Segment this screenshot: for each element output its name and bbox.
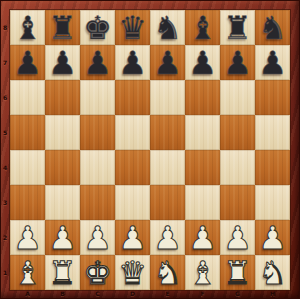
square-c8[interactable]: ♚	[80, 10, 115, 45]
white-bishop[interactable]: ♝	[188, 257, 217, 289]
black-pawn[interactable]: ♟	[153, 47, 182, 79]
square-d2[interactable]: ♟	[115, 220, 150, 255]
square-g4[interactable]	[220, 150, 255, 185]
rank-label-2: 2	[0, 220, 10, 255]
square-c6[interactable]	[80, 80, 115, 115]
white-knight[interactable]: ♞	[258, 257, 287, 289]
square-h6[interactable]	[255, 80, 290, 115]
white-pawn[interactable]: ♟	[13, 222, 42, 254]
black-pawn[interactable]: ♟	[48, 47, 77, 79]
square-c1[interactable]: ♚	[80, 255, 115, 290]
white-bishop[interactable]: ♝	[13, 257, 42, 289]
rank-label-8: 8	[0, 10, 10, 45]
black-pawn[interactable]: ♟	[118, 47, 147, 79]
square-d1[interactable]: ♛	[115, 255, 150, 290]
black-pawn[interactable]: ♟	[13, 47, 42, 79]
black-rook[interactable]: ♜	[223, 12, 252, 44]
square-c4[interactable]	[80, 150, 115, 185]
white-rook[interactable]: ♜	[223, 257, 252, 289]
square-b6[interactable]	[45, 80, 80, 115]
black-pawn[interactable]: ♟	[223, 47, 252, 79]
square-h2[interactable]: ♟	[255, 220, 290, 255]
black-king[interactable]: ♚	[83, 12, 112, 44]
square-h3[interactable]	[255, 185, 290, 220]
square-a6[interactable]	[10, 80, 45, 115]
white-queen[interactable]: ♛	[118, 257, 147, 289]
square-b8[interactable]: ♜	[45, 10, 80, 45]
square-f1[interactable]: ♝	[185, 255, 220, 290]
square-c2[interactable]: ♟	[80, 220, 115, 255]
square-b3[interactable]	[45, 185, 80, 220]
white-pawn[interactable]: ♟	[223, 222, 252, 254]
square-a5[interactable]	[10, 115, 45, 150]
white-pawn[interactable]: ♟	[153, 222, 182, 254]
black-pawn[interactable]: ♟	[83, 47, 112, 79]
square-g6[interactable]	[220, 80, 255, 115]
square-e2[interactable]: ♟	[150, 220, 185, 255]
square-b5[interactable]	[45, 115, 80, 150]
square-g7[interactable]: ♟	[220, 45, 255, 80]
square-g2[interactable]: ♟	[220, 220, 255, 255]
square-f5[interactable]	[185, 115, 220, 150]
square-d4[interactable]	[115, 150, 150, 185]
square-c3[interactable]	[80, 185, 115, 220]
square-h7[interactable]: ♟	[255, 45, 290, 80]
rank-label-1: 1	[0, 255, 10, 290]
square-f8[interactable]: ♝	[185, 10, 220, 45]
square-b2[interactable]: ♟	[45, 220, 80, 255]
black-pawn[interactable]: ♟	[258, 47, 287, 79]
black-bishop[interactable]: ♝	[13, 12, 42, 44]
black-knight[interactable]: ♞	[258, 12, 287, 44]
square-d5[interactable]	[115, 115, 150, 150]
square-g1[interactable]: ♜	[220, 255, 255, 290]
square-f2[interactable]: ♟	[185, 220, 220, 255]
rank-label-3: 3	[0, 185, 10, 220]
white-pawn[interactable]: ♟	[118, 222, 147, 254]
square-d3[interactable]	[115, 185, 150, 220]
square-h4[interactable]	[255, 150, 290, 185]
rank-label-7: 7	[0, 45, 10, 80]
white-pawn[interactable]: ♟	[188, 222, 217, 254]
black-pawn[interactable]: ♟	[188, 47, 217, 79]
rank-label-4: 4	[0, 150, 10, 185]
white-pawn[interactable]: ♟	[258, 222, 287, 254]
rank-label-5: 5	[0, 115, 10, 150]
square-c5[interactable]	[80, 115, 115, 150]
rank-label-6: 6	[0, 80, 10, 115]
square-f3[interactable]	[185, 185, 220, 220]
square-f4[interactable]	[185, 150, 220, 185]
square-f6[interactable]	[185, 80, 220, 115]
square-g3[interactable]	[220, 185, 255, 220]
square-g8[interactable]: ♜	[220, 10, 255, 45]
square-d7[interactable]: ♟	[115, 45, 150, 80]
square-c7[interactable]: ♟	[80, 45, 115, 80]
square-a2[interactable]: ♟	[10, 220, 45, 255]
black-rook[interactable]: ♜	[48, 12, 77, 44]
square-e7[interactable]: ♟	[150, 45, 185, 80]
square-b4[interactable]	[45, 150, 80, 185]
square-a8[interactable]: ♝	[10, 10, 45, 45]
square-b7[interactable]: ♟	[45, 45, 80, 80]
white-king[interactable]: ♚	[83, 257, 112, 289]
square-e3[interactable]	[150, 185, 185, 220]
white-rook[interactable]: ♜	[48, 257, 77, 289]
square-g5[interactable]	[220, 115, 255, 150]
white-knight[interactable]: ♞	[153, 257, 182, 289]
square-h1[interactable]: ♞	[255, 255, 290, 290]
black-bishop[interactable]: ♝	[188, 12, 217, 44]
square-b1[interactable]: ♜	[45, 255, 80, 290]
square-a3[interactable]	[10, 185, 45, 220]
white-pawn[interactable]: ♟	[83, 222, 112, 254]
square-a7[interactable]: ♟	[10, 45, 45, 80]
square-a4[interactable]	[10, 150, 45, 185]
black-queen[interactable]: ♛	[118, 12, 147, 44]
square-e5[interactable]	[150, 115, 185, 150]
square-h8[interactable]: ♞	[255, 10, 290, 45]
square-a1[interactable]: ♝	[10, 255, 45, 290]
square-e4[interactable]	[150, 150, 185, 185]
square-e6[interactable]	[150, 80, 185, 115]
square-e1[interactable]: ♞	[150, 255, 185, 290]
square-d6[interactable]	[115, 80, 150, 115]
chess-board-window: ♝♜♚♛♞♝♜♞♟♟♟♟♟♟♟♟♟♟♟♟♟♟♟♟♝♜♚♛♞♝♜♞ 8765432…	[0, 0, 300, 299]
square-h5[interactable]	[255, 115, 290, 150]
square-d8[interactable]: ♛	[115, 10, 150, 45]
chess-board[interactable]: ♝♜♚♛♞♝♜♞♟♟♟♟♟♟♟♟♟♟♟♟♟♟♟♟♝♜♚♛♞♝♜♞	[10, 10, 290, 290]
square-f7[interactable]: ♟	[185, 45, 220, 80]
square-e8[interactable]: ♞	[150, 10, 185, 45]
black-knight[interactable]: ♞	[153, 12, 182, 44]
white-pawn[interactable]: ♟	[48, 222, 77, 254]
